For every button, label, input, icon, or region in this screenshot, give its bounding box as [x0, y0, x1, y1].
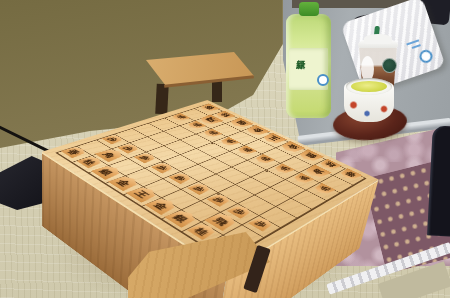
- shogi-piece-p[interactable]: 歩: [235, 145, 257, 155]
- tea-surface: [351, 81, 387, 92]
- shogi-piece-l[interactable]: 香: [61, 146, 89, 159]
- shogi-piece-p[interactable]: 歩: [169, 172, 194, 184]
- shogi-piece-l[interactable]: 香: [337, 168, 362, 181]
- bottle-cap: [299, 2, 319, 16]
- star-point: [210, 142, 214, 144]
- coffee-logo: [382, 58, 397, 73]
- star-point: [216, 193, 221, 195]
- bottle-label-badge: [317, 74, 329, 86]
- shogi-piece-p[interactable]: 歩: [117, 143, 141, 154]
- shogi-piece-p[interactable]: 歩: [218, 137, 240, 147]
- package-badge: [418, 48, 435, 65]
- shogi-piece-s[interactable]: 銀: [227, 117, 254, 128]
- star-point: [161, 161, 165, 163]
- shogi-piece-p[interactable]: 歩: [151, 162, 176, 174]
- shogi-piece-s[interactable]: 銀: [91, 164, 125, 180]
- shogi-piece-p[interactable]: 歩: [169, 113, 190, 122]
- shogi-piece-p[interactable]: 歩: [248, 216, 275, 231]
- shogi-piece-p[interactable]: 歩: [134, 152, 158, 163]
- shogi-piece-g[interactable]: 金: [108, 174, 142, 191]
- shogi-piece-k[interactable]: 王: [125, 185, 160, 203]
- shogi-piece-g[interactable]: 金: [144, 196, 180, 215]
- shogi-piece-g[interactable]: 金: [278, 141, 306, 154]
- shogi-piece-p[interactable]: 歩: [312, 183, 336, 196]
- shogi-piece-k[interactable]: 玉: [260, 133, 288, 145]
- shogi-room-photo: 新緑 香桂銀金玉金銀桂香飛角歩歩歩歩歩歩歩歩歩歩歩歩歩歩歩歩歩歩角飛香桂銀金: [0, 0, 450, 298]
- shogi-piece-p[interactable]: 歩: [102, 134, 126, 144]
- bottle-label-text: 新緑: [294, 52, 307, 54]
- star-point: [265, 170, 269, 172]
- piece-stand-leg: [155, 84, 169, 115]
- teacup-motif: [349, 101, 358, 109]
- cup-lid-dome: [364, 34, 392, 44]
- teacup-motif: [380, 105, 388, 113]
- teacup-motif: [364, 110, 370, 117]
- shogi-piece-l[interactable]: 香: [198, 104, 220, 113]
- shogi-piece-s[interactable]: 銀: [164, 208, 200, 228]
- shogi-piece-p[interactable]: 歩: [272, 163, 295, 174]
- shogi-piece-p[interactable]: 歩: [187, 182, 213, 195]
- shogi-piece-p[interactable]: 歩: [185, 121, 206, 130]
- package-print: [412, 44, 421, 49]
- shogi-piece-p[interactable]: 歩: [207, 193, 233, 207]
- shogi-piece-p[interactable]: 歩: [253, 154, 276, 165]
- shogi-piece-p[interactable]: 歩: [201, 129, 223, 138]
- shogi-piece-g[interactable]: 金: [243, 125, 270, 137]
